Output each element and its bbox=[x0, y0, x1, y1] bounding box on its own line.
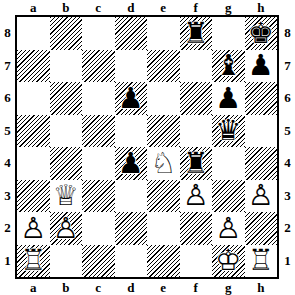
square-a6[interactable] bbox=[17, 82, 50, 115]
file-label-d: d bbox=[115, 0, 148, 15]
file-label-h: h bbox=[245, 280, 278, 295]
file-label-c: c bbox=[82, 280, 115, 295]
rank-label-6: 6 bbox=[0, 82, 15, 115]
file-label-e: e bbox=[147, 280, 180, 295]
square-c1[interactable] bbox=[82, 245, 115, 278]
square-c6[interactable] bbox=[82, 82, 115, 115]
white-pawn-a2: ♟♙ bbox=[17, 212, 50, 245]
rank-label-3: 3 bbox=[280, 180, 295, 213]
white-queen-b3: ♛♕ bbox=[50, 180, 83, 213]
square-f4[interactable]: ♜ bbox=[180, 147, 213, 180]
file-label-a: a bbox=[17, 0, 50, 15]
square-d5[interactable] bbox=[115, 115, 148, 148]
file-label-d: d bbox=[115, 280, 148, 295]
square-a8[interactable] bbox=[17, 17, 50, 50]
square-g7[interactable]: ♝ bbox=[212, 50, 245, 83]
white-pawn-b2: ♟♙ bbox=[50, 212, 83, 245]
black-pawn-d6: ♟ bbox=[115, 82, 148, 115]
white-pawn-h3: ♟♙ bbox=[245, 180, 278, 213]
black-bishop-g7: ♝ bbox=[212, 50, 245, 83]
square-c5[interactable] bbox=[82, 115, 115, 148]
rank-label-1: 1 bbox=[280, 245, 295, 278]
square-g2[interactable]: ♟♙ bbox=[212, 212, 245, 245]
black-pawn-h7: ♟ bbox=[245, 50, 278, 83]
square-g3[interactable] bbox=[212, 180, 245, 213]
black-pawn-d4: ♟ bbox=[115, 147, 148, 180]
square-f3[interactable]: ♟♙ bbox=[180, 180, 213, 213]
rank-labels-right: 87654321 bbox=[280, 17, 295, 277]
square-g6[interactable]: ♟ bbox=[212, 82, 245, 115]
black-rook-f4: ♜ bbox=[180, 147, 213, 180]
square-a7[interactable] bbox=[17, 50, 50, 83]
square-h3[interactable]: ♟♙ bbox=[245, 180, 278, 213]
file-labels-top: abcdefgh bbox=[17, 0, 277, 15]
square-f5[interactable] bbox=[180, 115, 213, 148]
rank-label-3: 3 bbox=[0, 180, 15, 213]
square-e8[interactable] bbox=[147, 17, 180, 50]
square-h7[interactable]: ♟ bbox=[245, 50, 278, 83]
square-e5[interactable] bbox=[147, 115, 180, 148]
square-e2[interactable] bbox=[147, 212, 180, 245]
square-h8[interactable]: ♚ bbox=[245, 17, 278, 50]
rank-label-1: 1 bbox=[0, 245, 15, 278]
square-c4[interactable] bbox=[82, 147, 115, 180]
rank-label-4: 4 bbox=[0, 147, 15, 180]
square-h2[interactable] bbox=[245, 212, 278, 245]
rank-label-6: 6 bbox=[280, 82, 295, 115]
square-c8[interactable] bbox=[82, 17, 115, 50]
rank-label-4: 4 bbox=[280, 147, 295, 180]
square-b8[interactable] bbox=[50, 17, 83, 50]
rank-label-7: 7 bbox=[280, 50, 295, 83]
square-b6[interactable] bbox=[50, 82, 83, 115]
square-h4[interactable] bbox=[245, 147, 278, 180]
file-label-b: b bbox=[50, 0, 83, 15]
square-b3[interactable]: ♛♕ bbox=[50, 180, 83, 213]
file-label-h: h bbox=[245, 0, 278, 15]
square-e7[interactable] bbox=[147, 50, 180, 83]
square-c3[interactable] bbox=[82, 180, 115, 213]
file-label-f: f bbox=[180, 280, 213, 295]
square-a3[interactable] bbox=[17, 180, 50, 213]
black-queen-g5: ♛ bbox=[212, 115, 245, 148]
file-label-a: a bbox=[17, 280, 50, 295]
file-label-f: f bbox=[180, 0, 213, 15]
white-rook-a1: ♜♖ bbox=[17, 245, 50, 278]
square-f6[interactable] bbox=[180, 82, 213, 115]
square-f1[interactable] bbox=[180, 245, 213, 278]
square-h5[interactable] bbox=[245, 115, 278, 148]
square-c7[interactable] bbox=[82, 50, 115, 83]
file-label-e: e bbox=[147, 0, 180, 15]
square-b1[interactable] bbox=[50, 245, 83, 278]
square-f7[interactable] bbox=[180, 50, 213, 83]
square-d4[interactable]: ♟ bbox=[115, 147, 148, 180]
square-a2[interactable]: ♟♙ bbox=[17, 212, 50, 245]
rank-label-2: 2 bbox=[280, 212, 295, 245]
rank-label-5: 5 bbox=[0, 115, 15, 148]
file-label-g: g bbox=[212, 0, 245, 15]
rank-label-7: 7 bbox=[0, 50, 15, 83]
chess-diagram: abcdefgh 87654321 ♜♚♝♟♟♟♛♟♞♘♜♛♕♟♙♟♙♟♙♟♙♟… bbox=[0, 0, 295, 295]
black-pawn-g6: ♟ bbox=[212, 82, 245, 115]
square-a5[interactable] bbox=[17, 115, 50, 148]
square-g1[interactable]: ♚♔ bbox=[212, 245, 245, 278]
rank-label-8: 8 bbox=[280, 17, 295, 50]
square-d3[interactable] bbox=[115, 180, 148, 213]
square-e1[interactable] bbox=[147, 245, 180, 278]
square-d1[interactable] bbox=[115, 245, 148, 278]
white-knight-e4: ♞♘ bbox=[147, 147, 180, 180]
file-label-b: b bbox=[50, 280, 83, 295]
rank-label-8: 8 bbox=[0, 17, 15, 50]
black-king-h8: ♚ bbox=[245, 17, 278, 50]
square-e4[interactable]: ♞♘ bbox=[147, 147, 180, 180]
file-label-g: g bbox=[212, 280, 245, 295]
square-g8[interactable] bbox=[212, 17, 245, 50]
square-d8[interactable] bbox=[115, 17, 148, 50]
white-king-g1: ♚♔ bbox=[212, 245, 245, 278]
file-labels-bottom: abcdefgh bbox=[17, 280, 277, 295]
square-f8[interactable]: ♜ bbox=[180, 17, 213, 50]
square-f2[interactable] bbox=[180, 212, 213, 245]
square-g4[interactable] bbox=[212, 147, 245, 180]
white-pawn-g2: ♟♙ bbox=[212, 212, 245, 245]
chess-board: ♜♚♝♟♟♟♛♟♞♘♜♛♕♟♙♟♙♟♙♟♙♟♙♜♖♚♔♜♖ bbox=[15, 15, 279, 279]
black-rook-f8: ♜ bbox=[180, 17, 213, 50]
square-a1[interactable]: ♜♖ bbox=[17, 245, 50, 278]
white-rook-h1: ♜♖ bbox=[245, 245, 278, 278]
square-g5[interactable]: ♛ bbox=[212, 115, 245, 148]
square-b2[interactable]: ♟♙ bbox=[50, 212, 83, 245]
square-d6[interactable]: ♟ bbox=[115, 82, 148, 115]
rank-labels-left: 87654321 bbox=[0, 17, 15, 277]
square-a4[interactable] bbox=[17, 147, 50, 180]
white-pawn-f3: ♟♙ bbox=[180, 180, 213, 213]
square-b7[interactable] bbox=[50, 50, 83, 83]
square-c2[interactable] bbox=[82, 212, 115, 245]
square-d7[interactable] bbox=[115, 50, 148, 83]
rank-label-5: 5 bbox=[280, 115, 295, 148]
file-label-c: c bbox=[82, 0, 115, 15]
square-h6[interactable] bbox=[245, 82, 278, 115]
square-e3[interactable] bbox=[147, 180, 180, 213]
square-b5[interactable] bbox=[50, 115, 83, 148]
rank-label-2: 2 bbox=[0, 212, 15, 245]
square-b4[interactable] bbox=[50, 147, 83, 180]
square-e6[interactable] bbox=[147, 82, 180, 115]
square-d2[interactable] bbox=[115, 212, 148, 245]
square-h1[interactable]: ♜♖ bbox=[245, 245, 278, 278]
